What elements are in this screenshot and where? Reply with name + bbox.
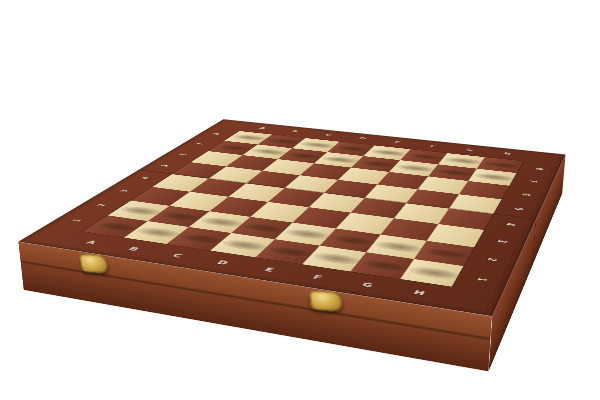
chess-board: AABBCCDDEEFFGGHH1122334455667788♜♞♝♛♚♝♞♜… bbox=[18, 119, 565, 316]
pawn-glyph: ♟ bbox=[355, 116, 398, 163]
pawn-glyph: ♟ bbox=[471, 128, 515, 177]
pawn-glyph: ♟ bbox=[431, 124, 475, 173]
brass-clasp-center-icon bbox=[309, 291, 343, 312]
rook-glyph: ♜ bbox=[394, 188, 470, 272]
brass-clasp-left-icon bbox=[79, 254, 109, 273]
photo-background: AABBCCDDEEFFGGHH1122334455667788♜♞♝♛♚♝♞♜… bbox=[0, 0, 600, 400]
pawn-glyph: ♟ bbox=[392, 120, 435, 168]
